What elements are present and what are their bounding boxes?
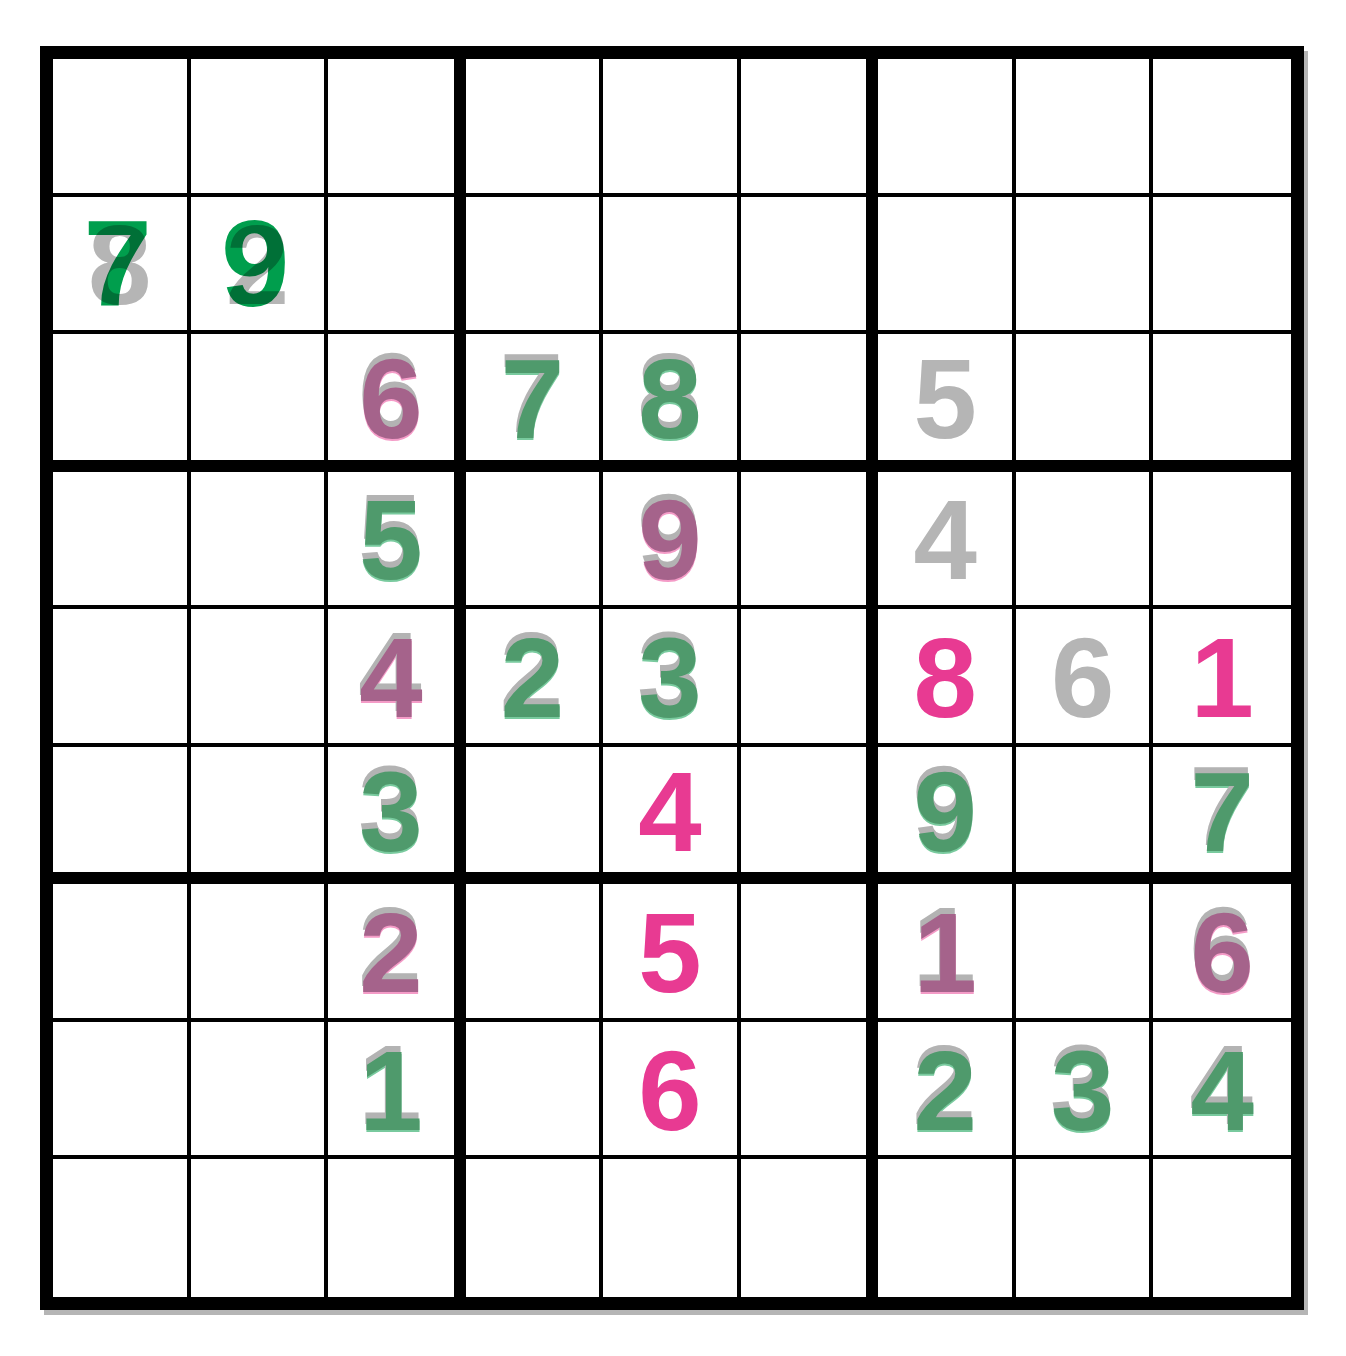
digit: 2 — [501, 621, 564, 735]
cell-r6c2[interactable] — [191, 747, 329, 885]
new-digit: 7 — [84, 202, 152, 325]
cell-r6c3[interactable]: 3 — [328, 747, 466, 885]
digit: 2 — [359, 896, 422, 1010]
cell-r8c2[interactable] — [191, 1022, 329, 1160]
cell-r9c4[interactable] — [466, 1159, 604, 1297]
cell-r6c6[interactable] — [741, 747, 879, 885]
cell-r5c6[interactable] — [741, 609, 879, 747]
cell-r6c1[interactable] — [53, 747, 191, 885]
cell-r8c1[interactable] — [53, 1022, 191, 1160]
cell-r4c8[interactable] — [1016, 472, 1154, 610]
cell-r8c3[interactable]: 1 — [328, 1022, 466, 1160]
cell-r7c7[interactable]: 1 — [878, 884, 1016, 1022]
digit: 7 — [1191, 755, 1254, 869]
cell-r4c2[interactable] — [191, 472, 329, 610]
digit: 9 — [638, 483, 701, 597]
cell-r9c6[interactable] — [741, 1159, 879, 1297]
digit: 6 — [1191, 896, 1254, 1010]
cell-r3c9[interactable] — [1153, 334, 1291, 472]
digit: 7 — [501, 342, 564, 456]
cell-r1c7[interactable] — [878, 59, 1016, 197]
cell-r3c2[interactable] — [191, 334, 329, 472]
cell-r5c3[interactable]: 4 — [328, 609, 466, 747]
cell-r8c8[interactable]: 3 — [1016, 1022, 1154, 1160]
cell-r2c3[interactable] — [328, 197, 466, 335]
cell-r9c9[interactable] — [1153, 1159, 1291, 1297]
cell-r4c3[interactable]: 5 — [328, 472, 466, 610]
cell-r3c3[interactable]: 6 — [328, 334, 466, 472]
cell-r1c4[interactable] — [466, 59, 604, 197]
cell-r7c3[interactable]: 2 — [328, 884, 466, 1022]
cell-r2c5[interactable] — [603, 197, 741, 335]
cell-r9c2[interactable] — [191, 1159, 329, 1297]
digit: 4 — [1191, 1034, 1254, 1148]
cell-r4c9[interactable] — [1153, 472, 1291, 610]
cell-r9c8[interactable] — [1016, 1159, 1154, 1297]
digit: 3 — [638, 621, 701, 735]
cell-r5c5[interactable]: 3 — [603, 609, 741, 747]
cell-r5c4[interactable]: 2 — [466, 609, 604, 747]
cell-r7c9[interactable]: 6 — [1153, 884, 1291, 1022]
cell-r5c7[interactable]: 8 — [878, 609, 1016, 747]
cell-r2c9[interactable] — [1153, 197, 1291, 335]
new-digit: 9 — [221, 202, 289, 325]
cell-r2c6[interactable] — [741, 197, 879, 335]
cell-r2c4[interactable] — [466, 197, 604, 335]
digit: 1 — [359, 1034, 422, 1148]
cell-r9c1[interactable] — [53, 1159, 191, 1297]
cell-r4c4[interactable] — [466, 472, 604, 610]
cell-r8c9[interactable]: 4 — [1153, 1022, 1291, 1160]
digit: 5 — [913, 342, 976, 456]
cell-r7c2[interactable] — [191, 884, 329, 1022]
cell-r6c5[interactable]: 4 — [603, 747, 741, 885]
digit: 6 — [638, 1034, 701, 1148]
digit: 1 — [1191, 621, 1254, 735]
cell-r3c8[interactable] — [1016, 334, 1154, 472]
digit: 5 — [638, 896, 701, 1010]
digit: 6 — [1051, 621, 1114, 735]
cell-r1c8[interactable] — [1016, 59, 1154, 197]
cell-r7c4[interactable] — [466, 884, 604, 1022]
digit: 1 — [913, 896, 976, 1010]
cell-r7c5[interactable]: 5 — [603, 884, 741, 1022]
digit: 4 — [359, 621, 422, 735]
cell-r5c1[interactable] — [53, 609, 191, 747]
cell-r7c1[interactable] — [53, 884, 191, 1022]
cell-r1c9[interactable] — [1153, 59, 1291, 197]
cell-r7c8[interactable] — [1016, 884, 1154, 1022]
cell-r8c7[interactable]: 2 — [878, 1022, 1016, 1160]
cell-r4c5[interactable]: 9 — [603, 472, 741, 610]
cell-r9c3[interactable] — [328, 1159, 466, 1297]
digit: 3 — [359, 755, 422, 869]
cell-r3c4[interactable]: 7 — [466, 334, 604, 472]
cell-r1c3[interactable] — [328, 59, 466, 197]
cell-r4c6[interactable] — [741, 472, 879, 610]
digit: 8 — [913, 621, 976, 735]
cell-r1c2[interactable] — [191, 59, 329, 197]
cell-r1c1[interactable] — [53, 59, 191, 197]
cell-r3c5[interactable]: 8 — [603, 334, 741, 472]
sudoku-board: 872967855944238613497251616234 — [40, 46, 1304, 1310]
cell-r3c1[interactable] — [53, 334, 191, 472]
cell-r2c1[interactable]: 87 — [53, 197, 191, 335]
cell-r7c6[interactable] — [741, 884, 879, 1022]
cell-r5c2[interactable] — [191, 609, 329, 747]
digit: 8 — [638, 342, 701, 456]
digit: 4 — [638, 755, 701, 869]
cell-r8c5[interactable]: 6 — [603, 1022, 741, 1160]
cell-r3c6[interactable] — [741, 334, 879, 472]
cell-r9c7[interactable] — [878, 1159, 1016, 1297]
cell-r4c7[interactable]: 4 — [878, 472, 1016, 610]
cell-r6c8[interactable] — [1016, 747, 1154, 885]
digit: 9 — [913, 755, 976, 869]
cell-r6c9[interactable]: 7 — [1153, 747, 1291, 885]
cell-r2c7[interactable] — [878, 197, 1016, 335]
cell-r6c7[interactable]: 9 — [878, 747, 1016, 885]
cell-r5c8[interactable]: 6 — [1016, 609, 1154, 747]
digit: 6 — [359, 342, 422, 456]
cell-r2c8[interactable] — [1016, 197, 1154, 335]
cell-r4c1[interactable] — [53, 472, 191, 610]
cell-r2c2[interactable]: 29 — [191, 197, 329, 335]
digit: 3 — [1051, 1034, 1114, 1148]
cell-r3c7[interactable]: 5 — [878, 334, 1016, 472]
cell-r5c9[interactable]: 1 — [1153, 609, 1291, 747]
cell-r1c6[interactable] — [741, 59, 879, 197]
digit: 5 — [359, 483, 422, 597]
digit: 2 — [913, 1034, 976, 1148]
cell-r8c4[interactable] — [466, 1022, 604, 1160]
cell-r9c5[interactable] — [603, 1159, 741, 1297]
digit: 4 — [913, 483, 976, 597]
cell-r1c5[interactable] — [603, 59, 741, 197]
cell-r8c6[interactable] — [741, 1022, 879, 1160]
cell-r6c4[interactable] — [466, 747, 604, 885]
